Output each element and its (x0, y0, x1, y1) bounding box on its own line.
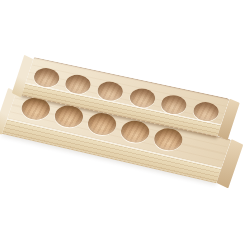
pit-front-5 (151, 126, 185, 153)
product-photo-stage (0, 0, 250, 250)
